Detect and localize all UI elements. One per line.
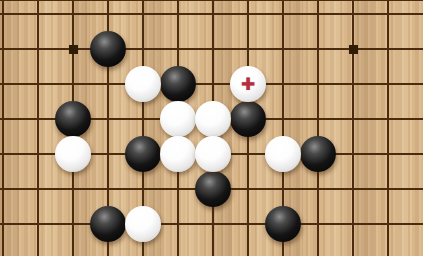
black-stone xyxy=(55,101,91,137)
white-stone xyxy=(160,101,196,137)
grid-line-vertical xyxy=(352,0,354,256)
black-stone xyxy=(300,136,336,172)
grid-line-horizontal xyxy=(0,223,423,225)
white-stone xyxy=(125,206,161,242)
grid-line-vertical xyxy=(2,0,4,256)
hoshi-point xyxy=(349,45,358,54)
black-stone xyxy=(90,31,126,67)
grid-line-horizontal xyxy=(0,13,423,15)
black-stone xyxy=(195,171,231,207)
black-stone xyxy=(265,206,301,242)
grid-line-vertical xyxy=(37,0,39,256)
hoshi-point xyxy=(69,45,78,54)
grid-line-horizontal xyxy=(0,48,423,50)
white-stone xyxy=(195,101,231,137)
grid-line-vertical xyxy=(317,0,319,256)
black-stone xyxy=(90,206,126,242)
grid-line-vertical xyxy=(387,0,389,256)
white-stone xyxy=(160,136,196,172)
black-stone xyxy=(160,66,196,102)
white-stone-last-move: ✚ xyxy=(230,66,266,102)
go-board[interactable]: ✚ xyxy=(0,0,423,256)
white-stone xyxy=(265,136,301,172)
go-app-window: ✚ xyxy=(0,0,423,256)
black-stone xyxy=(230,101,266,137)
white-stone xyxy=(55,136,91,172)
white-stone xyxy=(195,136,231,172)
white-stone xyxy=(125,66,161,102)
black-stone xyxy=(125,136,161,172)
last-move-marker-icon: ✚ xyxy=(230,66,266,102)
grid-line-horizontal xyxy=(0,83,423,85)
